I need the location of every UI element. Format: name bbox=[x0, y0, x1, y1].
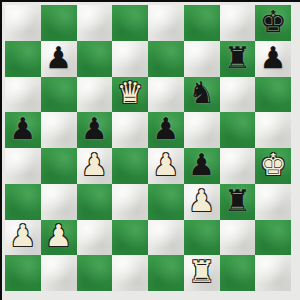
square-c4[interactable]: ♟ bbox=[77, 148, 113, 184]
square-g2[interactable] bbox=[220, 220, 256, 256]
square-b4[interactable] bbox=[41, 148, 77, 184]
square-e6[interactable] bbox=[148, 77, 184, 113]
square-a1[interactable] bbox=[5, 255, 41, 291]
square-c2[interactable] bbox=[77, 220, 113, 256]
black-pawn[interactable]: ♟ bbox=[9, 114, 36, 144]
square-b2[interactable]: ♟ bbox=[41, 220, 77, 256]
square-f3[interactable]: ♟ bbox=[184, 184, 220, 220]
square-e1[interactable] bbox=[148, 255, 184, 291]
white-pawn[interactable]: ♟ bbox=[81, 150, 108, 180]
square-h4[interactable]: ♚ bbox=[255, 148, 291, 184]
square-g6[interactable] bbox=[220, 77, 256, 113]
square-a4[interactable] bbox=[5, 148, 41, 184]
white-rook[interactable]: ♜ bbox=[188, 257, 215, 287]
square-e4[interactable]: ♟ bbox=[148, 148, 184, 184]
square-d8[interactable] bbox=[112, 5, 148, 41]
square-e5[interactable]: ♟ bbox=[148, 112, 184, 148]
square-b3[interactable] bbox=[41, 184, 77, 220]
white-pawn[interactable]: ♟ bbox=[188, 186, 215, 216]
square-c1[interactable] bbox=[77, 255, 113, 291]
square-f2[interactable] bbox=[184, 220, 220, 256]
board-grid: ♚♟♜♟♛♞♟♟♟♟♟♟♚♟♜♟♟♜ bbox=[5, 5, 291, 291]
square-d2[interactable] bbox=[112, 220, 148, 256]
white-pawn[interactable]: ♟ bbox=[152, 150, 179, 180]
square-f7[interactable] bbox=[184, 41, 220, 77]
square-g3[interactable]: ♜ bbox=[220, 184, 256, 220]
chess-board: ♚♟♜♟♛♞♟♟♟♟♟♟♚♟♜♟♟♜ bbox=[0, 0, 300, 300]
square-f5[interactable] bbox=[184, 112, 220, 148]
square-a7[interactable] bbox=[5, 41, 41, 77]
black-pawn[interactable]: ♟ bbox=[188, 150, 215, 180]
square-g4[interactable] bbox=[220, 148, 256, 184]
square-c3[interactable] bbox=[77, 184, 113, 220]
square-h1[interactable] bbox=[255, 255, 291, 291]
square-f1[interactable]: ♜ bbox=[184, 255, 220, 291]
square-d3[interactable] bbox=[112, 184, 148, 220]
white-pawn[interactable]: ♟ bbox=[45, 221, 72, 251]
square-g8[interactable] bbox=[220, 5, 256, 41]
square-d7[interactable] bbox=[112, 41, 148, 77]
square-g7[interactable]: ♜ bbox=[220, 41, 256, 77]
square-e2[interactable] bbox=[148, 220, 184, 256]
board-border: ♚♟♜♟♛♞♟♟♟♟♟♟♚♟♜♟♟♜ bbox=[0, 0, 300, 300]
square-c7[interactable] bbox=[77, 41, 113, 77]
square-e3[interactable] bbox=[148, 184, 184, 220]
square-a6[interactable] bbox=[5, 77, 41, 113]
square-a2[interactable]: ♟ bbox=[5, 220, 41, 256]
square-b8[interactable] bbox=[41, 5, 77, 41]
square-b7[interactable]: ♟ bbox=[41, 41, 77, 77]
square-c6[interactable] bbox=[77, 77, 113, 113]
square-h3[interactable] bbox=[255, 184, 291, 220]
square-e8[interactable] bbox=[148, 5, 184, 41]
square-g1[interactable] bbox=[220, 255, 256, 291]
black-knight[interactable]: ♞ bbox=[188, 78, 215, 108]
square-h2[interactable] bbox=[255, 220, 291, 256]
square-a5[interactable]: ♟ bbox=[5, 112, 41, 148]
square-b6[interactable] bbox=[41, 77, 77, 113]
white-queen[interactable]: ♛ bbox=[117, 78, 144, 108]
square-d6[interactable]: ♛ bbox=[112, 77, 148, 113]
square-g5[interactable] bbox=[220, 112, 256, 148]
square-b1[interactable] bbox=[41, 255, 77, 291]
square-c8[interactable] bbox=[77, 5, 113, 41]
square-d1[interactable] bbox=[112, 255, 148, 291]
square-f4[interactable]: ♟ bbox=[184, 148, 220, 184]
square-e7[interactable] bbox=[148, 41, 184, 77]
white-king[interactable]: ♚ bbox=[260, 150, 287, 180]
black-king[interactable]: ♚ bbox=[260, 7, 287, 37]
black-pawn[interactable]: ♟ bbox=[81, 114, 108, 144]
square-d4[interactable] bbox=[112, 148, 148, 184]
square-h6[interactable] bbox=[255, 77, 291, 113]
square-a8[interactable] bbox=[5, 5, 41, 41]
black-rook[interactable]: ♜ bbox=[224, 43, 251, 73]
black-pawn[interactable]: ♟ bbox=[260, 43, 287, 73]
square-h8[interactable]: ♚ bbox=[255, 5, 291, 41]
square-f6[interactable]: ♞ bbox=[184, 77, 220, 113]
square-h5[interactable] bbox=[255, 112, 291, 148]
square-d5[interactable] bbox=[112, 112, 148, 148]
square-b5[interactable] bbox=[41, 112, 77, 148]
square-a3[interactable] bbox=[5, 184, 41, 220]
square-h7[interactable]: ♟ bbox=[255, 41, 291, 77]
black-rook[interactable]: ♜ bbox=[224, 186, 251, 216]
square-c5[interactable]: ♟ bbox=[77, 112, 113, 148]
black-pawn[interactable]: ♟ bbox=[152, 114, 179, 144]
white-pawn[interactable]: ♟ bbox=[9, 221, 36, 251]
square-f8[interactable] bbox=[184, 5, 220, 41]
black-pawn[interactable]: ♟ bbox=[45, 43, 72, 73]
